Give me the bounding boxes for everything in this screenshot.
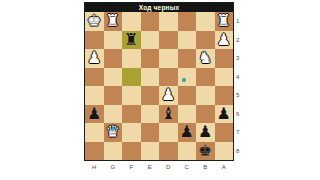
square-a3[interactable] <box>215 49 234 68</box>
rank-label-3: 3 <box>236 49 244 68</box>
square-a6[interactable]: ♟ <box>215 105 234 124</box>
rank-label-1: 1 <box>236 12 244 31</box>
square-f7[interactable] <box>122 123 141 142</box>
rank-labels: 12345678 <box>236 12 244 160</box>
square-d6[interactable]: ♝ <box>159 105 178 124</box>
file-label-g: G <box>104 163 123 171</box>
file-label-d: D <box>159 163 178 171</box>
square-b7[interactable]: ♟ <box>196 123 215 142</box>
piece-white-rook[interactable]: ♜ <box>217 12 231 31</box>
piece-black-rook[interactable]: ♜ <box>124 31 138 50</box>
square-g6[interactable] <box>104 105 123 124</box>
square-d7[interactable] <box>159 123 178 142</box>
square-d3[interactable] <box>159 49 178 68</box>
square-d5[interactable]: ♟ <box>159 86 178 105</box>
square-e4[interactable] <box>141 68 160 87</box>
piece-white-rook[interactable]: ♜ <box>106 12 120 31</box>
rank-label-7: 7 <box>236 123 244 142</box>
square-c5[interactable] <box>178 86 197 105</box>
square-g4[interactable] <box>104 68 123 87</box>
piece-black-pawn[interactable]: ♟ <box>198 123 212 142</box>
square-a2[interactable]: ♟ <box>215 31 234 50</box>
piece-white-pawn[interactable]: ♟ <box>87 49 101 68</box>
square-h2[interactable] <box>85 31 104 50</box>
square-d1[interactable] <box>159 12 178 31</box>
square-e5[interactable] <box>141 86 160 105</box>
square-g8[interactable] <box>104 142 123 161</box>
square-f5[interactable] <box>122 86 141 105</box>
square-f4[interactable] <box>122 68 141 87</box>
piece-black-pawn[interactable]: ♟ <box>217 105 231 124</box>
square-e2[interactable] <box>141 31 160 50</box>
hint-dot <box>182 78 186 82</box>
rank-label-5: 5 <box>236 86 244 105</box>
square-e8[interactable] <box>141 142 160 161</box>
square-d8[interactable] <box>159 142 178 161</box>
file-label-b: B <box>196 163 215 171</box>
square-d2[interactable] <box>159 31 178 50</box>
rank-label-6: 6 <box>236 105 244 124</box>
piece-white-pawn[interactable]: ♟ <box>161 86 175 105</box>
square-h1[interactable]: ♚ <box>85 12 104 31</box>
square-c8[interactable] <box>178 142 197 161</box>
square-f6[interactable] <box>122 105 141 124</box>
square-d4[interactable] <box>159 68 178 87</box>
square-h7[interactable] <box>85 123 104 142</box>
square-h5[interactable] <box>85 86 104 105</box>
square-c4[interactable] <box>178 68 197 87</box>
chess-board[interactable]: ♚♜♜♜♟♟♞♟♟♝♟♛♟♟♚ <box>85 12 233 160</box>
square-f8[interactable] <box>122 142 141 161</box>
file-label-c: C <box>178 163 197 171</box>
square-f1[interactable] <box>122 12 141 31</box>
square-b4[interactable] <box>196 68 215 87</box>
file-label-f: F <box>122 163 141 171</box>
square-b6[interactable] <box>196 105 215 124</box>
square-a5[interactable] <box>215 86 234 105</box>
square-f2[interactable]: ♜ <box>122 31 141 50</box>
square-c6[interactable] <box>178 105 197 124</box>
square-e6[interactable] <box>141 105 160 124</box>
square-b8[interactable]: ♚ <box>196 142 215 161</box>
piece-white-king[interactable]: ♚ <box>87 12 101 31</box>
square-e3[interactable] <box>141 49 160 68</box>
square-h4[interactable] <box>85 68 104 87</box>
file-labels: HGFEDCBA <box>85 163 233 171</box>
file-label-h: H <box>85 163 104 171</box>
square-g3[interactable] <box>104 49 123 68</box>
square-e7[interactable] <box>141 123 160 142</box>
file-label-a: A <box>215 163 234 171</box>
square-c3[interactable] <box>178 49 197 68</box>
piece-white-pawn[interactable]: ♟ <box>217 31 231 50</box>
square-c2[interactable] <box>178 31 197 50</box>
piece-black-pawn[interactable]: ♟ <box>87 105 101 124</box>
square-h8[interactable] <box>85 142 104 161</box>
square-g1[interactable]: ♜ <box>104 12 123 31</box>
piece-black-bishop[interactable]: ♝ <box>161 105 175 124</box>
square-f3[interactable] <box>122 49 141 68</box>
rank-label-2: 2 <box>236 31 244 50</box>
page-background: Ход черных ♚♜♜♜♟♟♞♟♟♝♟♛♟♟♚ 12345678 HGFE… <box>0 0 320 180</box>
rank-label-4: 4 <box>236 68 244 87</box>
square-b5[interactable] <box>196 86 215 105</box>
square-b3[interactable]: ♞ <box>196 49 215 68</box>
square-c1[interactable] <box>178 12 197 31</box>
chess-widget: Ход черных ♚♜♜♜♟♟♞♟♟♝♟♛♟♟♚ <box>84 2 234 161</box>
square-a1[interactable]: ♜ <box>215 12 234 31</box>
square-c7[interactable]: ♟ <box>178 123 197 142</box>
square-e1[interactable] <box>141 12 160 31</box>
piece-black-king[interactable]: ♚ <box>198 142 212 161</box>
square-a4[interactable] <box>215 68 234 87</box>
square-a7[interactable] <box>215 123 234 142</box>
piece-white-knight[interactable]: ♞ <box>198 49 212 68</box>
piece-white-queen[interactable]: ♛ <box>106 123 120 142</box>
square-b1[interactable] <box>196 12 215 31</box>
square-g2[interactable] <box>104 31 123 50</box>
square-b2[interactable] <box>196 31 215 50</box>
square-g5[interactable] <box>104 86 123 105</box>
square-a8[interactable] <box>215 142 234 161</box>
piece-black-pawn[interactable]: ♟ <box>180 123 194 142</box>
file-label-e: E <box>141 163 160 171</box>
square-h6[interactable]: ♟ <box>85 105 104 124</box>
square-g7[interactable]: ♛ <box>104 123 123 142</box>
square-h3[interactable]: ♟ <box>85 49 104 68</box>
rank-label-8: 8 <box>236 142 244 161</box>
